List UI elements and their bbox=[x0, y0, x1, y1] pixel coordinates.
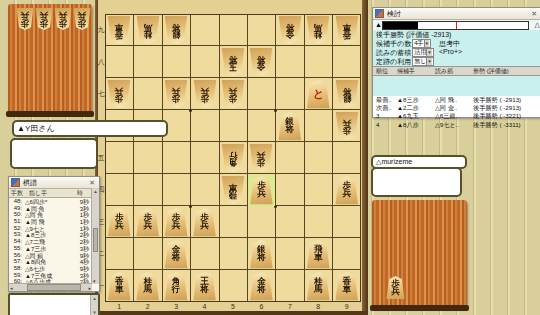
analysis-window: 検討 ✕ ▲ △ 後手勝勢 (評価値 -2913) 候補手の数4手▾ 思考中 読… bbox=[372, 7, 540, 118]
move-number: 49: bbox=[9, 205, 22, 211]
file-label: 9 bbox=[333, 303, 361, 310]
setting-label: 候補手の数 bbox=[376, 40, 411, 47]
shogi-piece-歩兵[interactable]: 歩兵 bbox=[54, 8, 72, 30]
kifu-move-list[interactable]: 48:△6四歩*9秒49:▲同 角3秒50:△同 角1秒51:▲同 飛1秒52:… bbox=[9, 198, 99, 285]
kifu-row[interactable]: 51:▲同 飛1秒 bbox=[9, 218, 99, 225]
scroll-right-icon[interactable]: ▸ bbox=[88, 285, 91, 291]
kifu-header: 手数 指し手 時 bbox=[9, 189, 99, 198]
move-number: 53: bbox=[9, 231, 22, 237]
analysis-row[interactable]: 4▲8八歩△9七と..後手勝勢 ( -3311) bbox=[373, 121, 540, 129]
move-number: 51: bbox=[9, 218, 22, 224]
rank-label: 七 bbox=[97, 78, 105, 110]
eval-bar-fill bbox=[383, 22, 418, 29]
candidate-move: ▲8八歩 bbox=[397, 121, 419, 130]
move-number: 58: bbox=[9, 265, 22, 271]
setting-memory: 読みの蓄積活用▾ <Pro+> bbox=[373, 48, 540, 57]
player-name-sente: ▲Y田さん bbox=[17, 124, 55, 133]
move-number: 55: bbox=[9, 245, 22, 251]
analysis-table-header: 順位 候補手 読み筋 形勢 (評価値) bbox=[373, 66, 540, 76]
file-label: 3 bbox=[162, 303, 190, 310]
gote-mark: △ bbox=[535, 21, 540, 29]
chevron-down-icon: ▾ bbox=[426, 58, 432, 65]
comment-box-gote[interactable] bbox=[371, 167, 462, 197]
dropdown-value: 無し bbox=[414, 58, 426, 64]
shogi-piece-歩兵[interactable]: 歩兵 bbox=[16, 8, 34, 30]
file-label: 1 bbox=[105, 303, 133, 310]
kifu-window-icon bbox=[11, 178, 20, 187]
candidate-rank: 4 bbox=[376, 121, 379, 128]
scroll-down-icon: ▾ bbox=[93, 309, 96, 315]
col-rank: 順位 bbox=[376, 67, 388, 76]
setting-label: 読みの蓄積 bbox=[376, 49, 411, 56]
chevron-down-icon: ▾ bbox=[426, 49, 432, 56]
dropdown-value: 活用 bbox=[414, 49, 426, 55]
kifu-title: 棋譜 bbox=[23, 178, 87, 188]
move-number: 54: bbox=[9, 238, 22, 244]
move-number: 56: bbox=[9, 252, 22, 258]
kifu-row[interactable]: 50:△同 角1秒 bbox=[9, 211, 99, 218]
kifu-row[interactable]: 54:△7二飛2秒 bbox=[9, 238, 99, 245]
analysis-rows[interactable]: 最善..▲8三歩△同 飛..後手勝勢 ( -2913)次善..▲2二歩△同 金.… bbox=[373, 96, 540, 117]
komadai-base bbox=[6, 111, 94, 117]
candidates-dropdown[interactable]: 4手▾ bbox=[412, 39, 431, 48]
file-label: 2 bbox=[133, 303, 161, 310]
file-label: 6 bbox=[247, 303, 275, 310]
move-number: 59: bbox=[9, 272, 22, 278]
comment-scrollbar[interactable]: ▴▾ bbox=[90, 295, 98, 315]
shogi-app: 九八七六五四三二一 123456789 香車桂馬銀将金将桂馬香車玉将金将歩兵歩兵… bbox=[0, 0, 540, 315]
sente-mark: ▲ bbox=[375, 21, 382, 28]
eval-text: 後手勝勢 (評価値 -2913) bbox=[373, 30, 540, 39]
kifu-col-move: 指し手 bbox=[29, 189, 47, 198]
col-candidate: 候補手 bbox=[397, 67, 415, 76]
kifu-col-moveno: 手数 bbox=[11, 189, 23, 198]
analysis-window-icon bbox=[375, 9, 384, 18]
kifu-window: 棋譜 ✕ 手数 指し手 時 48:△6四歩*9秒49:▲同 角3秒50:△同 角… bbox=[8, 176, 100, 292]
kifu-row[interactable]: 56:△同 銀9秒 bbox=[9, 252, 99, 259]
kifu-vscroll-thumb[interactable] bbox=[93, 228, 98, 252]
candidate-eval: 後手勝勢 ( -3311) bbox=[473, 121, 521, 130]
kifu-col-time: 時 bbox=[77, 189, 83, 198]
board-right-edge bbox=[362, 0, 368, 315]
scroll-up-icon: ▴ bbox=[93, 295, 96, 301]
analysis-close-button[interactable]: ✕ bbox=[529, 10, 539, 18]
kifu-vscrollbar[interactable]: ▴ ▾ bbox=[91, 188, 99, 284]
player-name-gote: △murizeme bbox=[376, 158, 412, 165]
rank-label: 八 bbox=[97, 46, 105, 78]
shogi-piece-歩兵[interactable]: 歩兵 bbox=[386, 276, 405, 299]
shogi-piece-歩兵[interactable]: 歩兵 bbox=[35, 8, 53, 30]
analysis-titlebar[interactable]: 検討 ✕ bbox=[373, 8, 540, 20]
rank-label: 九 bbox=[97, 14, 105, 46]
kifu-hscroll-thumb[interactable] bbox=[27, 284, 81, 291]
kifu-row[interactable]: 53:▲8三歩2秒 bbox=[9, 231, 99, 238]
joseki-dropdown[interactable]: 無し▾ bbox=[412, 57, 434, 66]
hoshi-dot bbox=[274, 109, 277, 112]
kifu-row[interactable]: 55:▲7三歩3秒 bbox=[9, 245, 99, 252]
file-label: 4 bbox=[190, 303, 218, 310]
kifu-row[interactable]: 49:▲同 角3秒 bbox=[9, 205, 99, 212]
kifu-hscrollbar[interactable]: ◂ ▸ bbox=[9, 283, 92, 291]
komadai-sente[interactable]: 歩兵歩兵歩兵歩兵 bbox=[8, 4, 92, 114]
komadai-gote[interactable]: 歩兵 bbox=[372, 200, 467, 308]
candidate-line: △9七と.. bbox=[435, 121, 459, 130]
file-label: 5 bbox=[219, 303, 247, 310]
kifu-row[interactable]: 58:△6七歩9秒 bbox=[9, 265, 99, 272]
analysis-row[interactable]: 次善..▲2二歩△同 金..後手勝勢 ( -2913) bbox=[373, 104, 540, 112]
comment-box-bottom[interactable]: ▴▾ bbox=[8, 293, 100, 315]
comment-box-sente[interactable] bbox=[10, 138, 98, 169]
board-bottom-edge bbox=[95, 311, 368, 315]
setting-joseki: 定跡の利用無し▾ bbox=[373, 57, 540, 66]
file-label: 7 bbox=[276, 303, 304, 310]
kifu-row[interactable]: 52:△9七と1秒 bbox=[9, 225, 99, 232]
scroll-down-icon[interactable]: ▾ bbox=[93, 278, 96, 284]
kifu-close-button[interactable]: ✕ bbox=[87, 179, 97, 187]
engine-label: <Pro+> bbox=[439, 48, 462, 55]
col-eval: 形勢 (評価値) bbox=[473, 67, 509, 76]
setting-label: 定跡の利用 bbox=[376, 58, 411, 65]
move-number: 52: bbox=[9, 225, 22, 231]
scroll-left-icon[interactable]: ◂ bbox=[10, 285, 13, 291]
move-number: 50: bbox=[9, 211, 22, 217]
shogi-piece-歩兵[interactable]: 歩兵 bbox=[73, 8, 91, 30]
kifu-row[interactable]: 48:△6四歩*9秒 bbox=[9, 198, 99, 205]
scroll-up-icon[interactable]: ▴ bbox=[94, 188, 97, 194]
shogi-board: 九八七六五四三二一 123456789 香車桂馬銀将金将桂馬香車玉将金将歩兵歩兵… bbox=[95, 0, 368, 315]
dropdown-value: 4手 bbox=[414, 40, 423, 46]
hoshi-dot bbox=[189, 205, 192, 208]
eval-bar bbox=[382, 21, 529, 30]
analysis-body: ▲ △ 後手勝勢 (評価値 -2913) 候補手の数4手▾ 思考中 読みの蓄積活… bbox=[373, 20, 540, 117]
komadai-base bbox=[370, 305, 469, 311]
kifu-row[interactable]: 59:▲7三角成3秒 bbox=[9, 272, 99, 279]
setting-candidates: 候補手の数4手▾ 思考中 bbox=[373, 39, 540, 48]
move-number: 48: bbox=[9, 198, 22, 204]
chevron-down-icon: ▾ bbox=[424, 40, 430, 47]
analysis-row[interactable]: 3▲6九玉△6三銀..後手勝勢 ( -3221) bbox=[373, 112, 540, 120]
file-label: 8 bbox=[304, 303, 332, 310]
candidate-rank: 3 bbox=[376, 112, 379, 119]
eval-bar-center-mark bbox=[456, 22, 457, 29]
player-bar-gote: △murizeme bbox=[371, 155, 467, 169]
analysis-row[interactable]: 最善..▲8三歩△同 飛..後手勝勢 ( -2913) bbox=[373, 96, 540, 104]
move-number: 57: bbox=[9, 258, 22, 264]
hoshi-dot bbox=[189, 109, 192, 112]
memory-dropdown[interactable]: 活用▾ bbox=[412, 48, 434, 57]
analysis-title: 検討 bbox=[387, 9, 529, 19]
player-bar-sente: ▲Y田さん bbox=[12, 120, 168, 137]
kifu-row[interactable]: 57:▲8四角4秒 bbox=[9, 258, 99, 265]
eval-bar-row: ▲ △ bbox=[373, 20, 540, 30]
kifu-titlebar[interactable]: 棋譜 ✕ bbox=[9, 177, 99, 189]
col-line: 読み筋 bbox=[435, 67, 453, 76]
rank-label: 五 bbox=[97, 142, 105, 174]
